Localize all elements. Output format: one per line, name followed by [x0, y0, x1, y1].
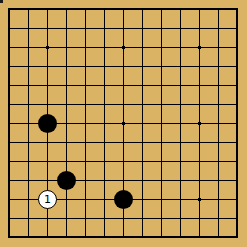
go-diagram: 1 [0, 0, 247, 247]
corner-mark [0, 0, 3, 3]
star-point [122, 122, 125, 125]
star-point [198, 46, 201, 49]
stone-black[interactable] [38, 114, 57, 133]
board-intersections: 1 [0, 0, 247, 247]
stone-move-number: 1 [44, 194, 51, 205]
stone-black[interactable] [57, 171, 76, 190]
stone-white-move-1[interactable]: 1 [38, 190, 57, 209]
go-board[interactable]: 1 [0, 0, 247, 247]
star-point [198, 122, 201, 125]
star-point [198, 198, 201, 201]
star-point [46, 46, 49, 49]
star-point [122, 46, 125, 49]
stone-black[interactable] [114, 190, 133, 209]
